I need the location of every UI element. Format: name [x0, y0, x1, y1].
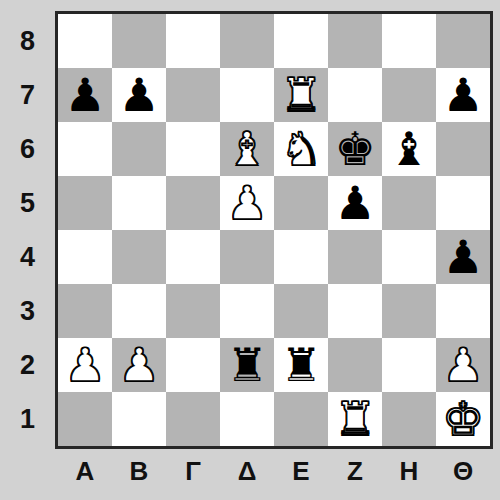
square-c1[interactable]: [166, 392, 220, 446]
black-pawn[interactable]: ♟: [118, 68, 159, 122]
file-label-f: Ζ: [328, 452, 382, 490]
black-pawn[interactable]: ♟: [64, 68, 105, 122]
square-h6[interactable]: [436, 122, 490, 176]
rank-label-3: 3: [0, 284, 55, 338]
file-label-b: Β: [112, 452, 166, 490]
white-rook[interactable]: ♜: [280, 68, 321, 122]
black-pawn[interactable]: ♟: [442, 68, 483, 122]
square-a8[interactable]: [58, 14, 112, 68]
file-coordinates: ΑΒΓΔΕΖΗΘ: [58, 452, 490, 490]
chess-board: ♟♟♜♟♝♞♚♝♟♟♟♟♟♜♜♟♜♚: [58, 14, 490, 446]
square-h2[interactable]: ♟: [436, 338, 490, 392]
square-b6[interactable]: [112, 122, 166, 176]
square-d3[interactable]: [220, 284, 274, 338]
rank-coordinates: 87654321: [0, 14, 55, 446]
square-a3[interactable]: [58, 284, 112, 338]
rank-label-5: 5: [0, 176, 55, 230]
square-h7[interactable]: ♟: [436, 68, 490, 122]
rank-label-4: 4: [0, 230, 55, 284]
file-label-g: Η: [382, 452, 436, 490]
square-e1[interactable]: [274, 392, 328, 446]
square-b3[interactable]: [112, 284, 166, 338]
square-a1[interactable]: [58, 392, 112, 446]
rank-label-1: 1: [0, 392, 55, 446]
square-e7[interactable]: ♜: [274, 68, 328, 122]
square-e8[interactable]: [274, 14, 328, 68]
black-pawn[interactable]: ♟: [334, 176, 375, 230]
square-f6[interactable]: ♚: [328, 122, 382, 176]
square-c4[interactable]: [166, 230, 220, 284]
file-label-e: Ε: [274, 452, 328, 490]
black-king[interactable]: ♚: [334, 122, 375, 176]
square-f4[interactable]: [328, 230, 382, 284]
white-pawn[interactable]: ♟: [226, 176, 267, 230]
square-a2[interactable]: ♟: [58, 338, 112, 392]
file-label-d: Δ: [220, 452, 274, 490]
chess-diagram: 87654321 ♟♟♜♟♝♞♚♝♟♟♟♟♟♜♜♟♜♚ ΑΒΓΔΕΖΗΘ: [0, 0, 500, 500]
file-label-c: Γ: [166, 452, 220, 490]
white-knight[interactable]: ♞: [280, 122, 321, 176]
rank-label-7: 7: [0, 68, 55, 122]
square-g2[interactable]: [382, 338, 436, 392]
square-c6[interactable]: [166, 122, 220, 176]
square-c5[interactable]: [166, 176, 220, 230]
black-bishop[interactable]: ♝: [388, 122, 429, 176]
square-b4[interactable]: [112, 230, 166, 284]
square-c2[interactable]: [166, 338, 220, 392]
square-d2[interactable]: ♜: [220, 338, 274, 392]
square-d7[interactable]: [220, 68, 274, 122]
square-c8[interactable]: [166, 14, 220, 68]
file-label-a: Α: [58, 452, 112, 490]
white-king[interactable]: ♚: [442, 392, 483, 446]
square-c7[interactable]: [166, 68, 220, 122]
square-g7[interactable]: [382, 68, 436, 122]
square-h3[interactable]: [436, 284, 490, 338]
black-rook[interactable]: ♜: [226, 338, 267, 392]
square-f3[interactable]: [328, 284, 382, 338]
square-e5[interactable]: [274, 176, 328, 230]
square-a5[interactable]: [58, 176, 112, 230]
rank-label-2: 2: [0, 338, 55, 392]
square-f2[interactable]: [328, 338, 382, 392]
rank-label-6: 6: [0, 122, 55, 176]
board-frame: ♟♟♜♟♝♞♚♝♟♟♟♟♟♜♜♟♜♚: [55, 11, 493, 449]
square-h5[interactable]: [436, 176, 490, 230]
square-c3[interactable]: [166, 284, 220, 338]
square-g5[interactable]: [382, 176, 436, 230]
square-a6[interactable]: [58, 122, 112, 176]
square-d8[interactable]: [220, 14, 274, 68]
square-f1[interactable]: ♜: [328, 392, 382, 446]
square-g6[interactable]: ♝: [382, 122, 436, 176]
white-pawn[interactable]: ♟: [442, 338, 483, 392]
square-h1[interactable]: ♚: [436, 392, 490, 446]
square-h4[interactable]: ♟: [436, 230, 490, 284]
square-d4[interactable]: [220, 230, 274, 284]
square-e2[interactable]: ♜: [274, 338, 328, 392]
black-pawn[interactable]: ♟: [442, 230, 483, 284]
square-d5[interactable]: ♟: [220, 176, 274, 230]
white-pawn[interactable]: ♟: [118, 338, 159, 392]
square-e6[interactable]: ♞: [274, 122, 328, 176]
square-b2[interactable]: ♟: [112, 338, 166, 392]
black-rook[interactable]: ♜: [280, 338, 321, 392]
square-d1[interactable]: [220, 392, 274, 446]
white-rook[interactable]: ♜: [334, 392, 375, 446]
file-label-h: Θ: [436, 452, 490, 490]
square-b1[interactable]: [112, 392, 166, 446]
square-f7[interactable]: [328, 68, 382, 122]
square-d6[interactable]: ♝: [220, 122, 274, 176]
white-bishop[interactable]: ♝: [226, 122, 267, 176]
square-f8[interactable]: [328, 14, 382, 68]
square-b7[interactable]: ♟: [112, 68, 166, 122]
square-e3[interactable]: [274, 284, 328, 338]
square-f5[interactable]: ♟: [328, 176, 382, 230]
square-g4[interactable]: [382, 230, 436, 284]
square-g3[interactable]: [382, 284, 436, 338]
square-a7[interactable]: ♟: [58, 68, 112, 122]
square-h8[interactable]: [436, 14, 490, 68]
square-g8[interactable]: [382, 14, 436, 68]
square-e4[interactable]: [274, 230, 328, 284]
square-b5[interactable]: [112, 176, 166, 230]
white-pawn[interactable]: ♟: [64, 338, 105, 392]
square-a4[interactable]: [58, 230, 112, 284]
square-b8[interactable]: [112, 14, 166, 68]
rank-label-8: 8: [0, 14, 55, 68]
square-g1[interactable]: [382, 392, 436, 446]
